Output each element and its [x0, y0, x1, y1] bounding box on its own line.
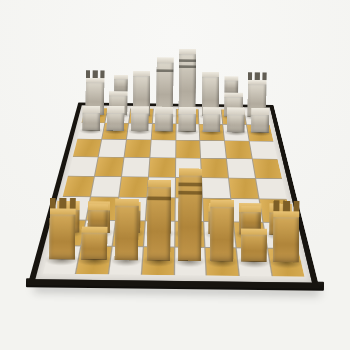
board-pieces: ♜♞♝♛♚♝♞♜♟♟♟♟♟♟♟♟♙♙♙♙♙♙♙♙♖♘♗♕♔♗♘♖	[43, 108, 305, 277]
piece-black-pawn-e7: ♟	[179, 107, 197, 132]
chessboard: ♜♞♝♛♚♝♞♜♟♟♟♟♟♟♟♟♙♙♙♙♙♙♙♙♖♘♗♕♔♗♘♖	[28, 103, 320, 289]
piece-white-rook-a1: ♖	[50, 197, 77, 259]
piece-white-knight-b1: ♘	[81, 204, 108, 260]
rook-castellation	[50, 197, 76, 208]
piece-black-pawn-b7: ♟	[107, 106, 125, 131]
piece-black-pawn-c7: ♟	[131, 106, 149, 131]
piece-black-pawn-g7: ♟	[227, 107, 245, 132]
piece-white-queen-d1: ♕	[146, 179, 171, 260]
piece-white-bishop-f1: ♗	[210, 199, 235, 261]
piece-white-bishop-c1: ♗	[114, 198, 139, 260]
product-photo: ♜♞♝♛♚♝♞♜♟♟♟♟♟♟♟♟♙♙♙♙♙♙♙♙♖♘♗♕♔♗♘♖	[0, 0, 350, 350]
piece-black-pawn-a7: ♟	[83, 106, 101, 131]
rook-castellation	[273, 200, 299, 211]
piece-black-pawn-d7: ♟	[155, 106, 173, 131]
perspective-wrapper: ♜♞♝♛♚♝♞♜♟♟♟♟♟♟♟♟♙♙♙♙♙♙♙♙♖♘♗♕♔♗♘♖	[57, 59, 294, 296]
piece-white-knight-g1: ♘	[240, 206, 267, 262]
piece-white-king-e1: ♔	[178, 168, 203, 261]
piece-black-pawn-h7: ♟	[251, 108, 269, 133]
piece-white-rook-h1: ♖	[272, 200, 299, 262]
piece-black-pawn-f7: ♟	[203, 107, 221, 132]
